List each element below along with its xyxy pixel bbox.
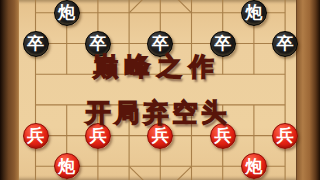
piece-glyph: 炮 [245, 4, 262, 21]
piece-glyph: 兵 [214, 127, 231, 144]
piece-glyph: 卒 [214, 35, 231, 52]
piece-red-cannon-b7[interactable]: 炮 [54, 153, 80, 179]
piece-red-soldier-a6[interactable]: 兵 [23, 123, 49, 149]
piece-glyph: 炮 [58, 157, 75, 174]
board-wood-edge-right [296, 0, 320, 180]
piece-black-cannon-h2[interactable]: 炮 [241, 0, 267, 26]
piece-glyph: 兵 [27, 127, 44, 144]
xiangqi-board-screen: 炮炮卒卒卒卒卒兵兵兵兵兵炮炮 巅峰之作 开局弃空头 [0, 0, 320, 180]
piece-glyph: 卒 [89, 35, 106, 52]
piece-red-cannon-h7[interactable]: 炮 [241, 153, 267, 179]
piece-glyph: 兵 [277, 127, 294, 144]
piece-red-soldier-i6[interactable]: 兵 [272, 123, 298, 149]
piece-glyph: 炮 [58, 4, 75, 21]
piece-glyph: 兵 [89, 127, 106, 144]
board-grid-lines [0, 0, 320, 180]
piece-black-cannon-b2[interactable]: 炮 [54, 0, 80, 26]
piece-glyph: 卒 [277, 35, 294, 52]
piece-glyph: 炮 [245, 157, 262, 174]
board-wood-edge-left [0, 0, 19, 180]
piece-black-soldier-a3[interactable]: 卒 [23, 31, 49, 57]
piece-black-soldier-i3[interactable]: 卒 [272, 31, 298, 57]
overlay-title-line1: 巅峰之作 [93, 54, 221, 80]
piece-glyph: 卒 [27, 35, 44, 52]
piece-glyph: 兵 [152, 127, 169, 144]
piece-glyph: 卒 [152, 35, 169, 52]
overlay-title-line2: 开局弃空头 [86, 100, 231, 126]
